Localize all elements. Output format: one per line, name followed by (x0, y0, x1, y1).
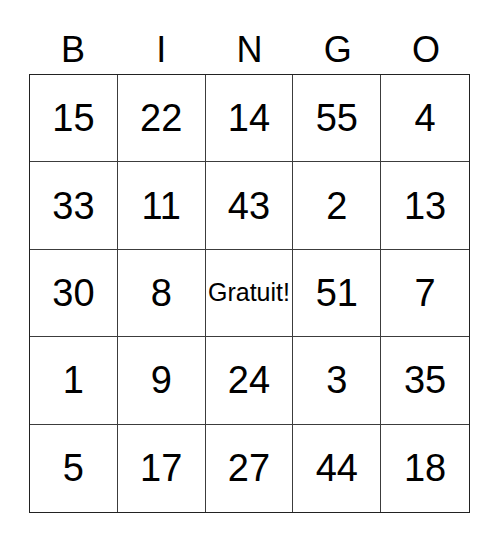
bingo-header-row: B I N G O (29, 0, 470, 74)
bingo-board: 15 22 14 55 4 33 11 43 2 13 30 8 Gratuit… (29, 74, 470, 513)
header-letter-o: O (382, 0, 470, 74)
bingo-cell-r0c0[interactable]: 15 (30, 75, 118, 162)
bingo-cell-r0c3[interactable]: 55 (293, 75, 381, 162)
bingo-cell-r1c4[interactable]: 13 (381, 162, 469, 249)
bingo-cell-r0c1[interactable]: 22 (118, 75, 206, 162)
bingo-card: B I N G O 15 22 14 55 4 33 11 43 2 13 30… (0, 0, 500, 544)
bingo-cell-r0c2[interactable]: 14 (206, 75, 294, 162)
bingo-cell-r2c1[interactable]: 8 (118, 250, 206, 337)
bingo-cell-r3c2[interactable]: 24 (206, 337, 294, 424)
bingo-cell-r2c4[interactable]: 7 (381, 250, 469, 337)
header-letter-b: B (29, 0, 117, 74)
bingo-cell-r0c4[interactable]: 4 (381, 75, 469, 162)
bingo-cell-r4c3[interactable]: 44 (293, 425, 381, 512)
bingo-cell-r1c2[interactable]: 43 (206, 162, 294, 249)
bingo-cell-r1c3[interactable]: 2 (293, 162, 381, 249)
bingo-cell-r4c4[interactable]: 18 (381, 425, 469, 512)
bingo-cell-free[interactable]: Gratuit! (206, 250, 294, 337)
header-letter-g: G (294, 0, 382, 74)
bingo-cell-r4c2[interactable]: 27 (206, 425, 294, 512)
bingo-cell-r3c0[interactable]: 1 (30, 337, 118, 424)
bingo-cell-r1c1[interactable]: 11 (118, 162, 206, 249)
bingo-cell-r3c4[interactable]: 35 (381, 337, 469, 424)
header-letter-i: I (117, 0, 205, 74)
bingo-cell-r3c3[interactable]: 3 (293, 337, 381, 424)
bingo-cell-r1c0[interactable]: 33 (30, 162, 118, 249)
header-letter-n: N (205, 0, 293, 74)
bingo-cell-r4c0[interactable]: 5 (30, 425, 118, 512)
bingo-cell-r2c3[interactable]: 51 (293, 250, 381, 337)
bingo-cell-r2c0[interactable]: 30 (30, 250, 118, 337)
bingo-cell-r3c1[interactable]: 9 (118, 337, 206, 424)
bingo-cell-r4c1[interactable]: 17 (118, 425, 206, 512)
